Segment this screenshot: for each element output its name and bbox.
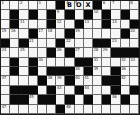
cell-r1c14[interactable]	[121, 1, 130, 10]
clue-number: 13	[84, 20, 89, 24]
clue-number: 8	[130, 1, 132, 5]
cell-r3c14[interactable]	[121, 20, 130, 29]
cell-r2c15[interactable]	[130, 10, 139, 19]
cell-r11c13[interactable]: 46	[111, 95, 120, 104]
cell-r3c11[interactable]	[93, 20, 102, 29]
cell-r9c4[interactable]	[29, 76, 38, 85]
cell-r7c13[interactable]	[111, 58, 120, 67]
clue-number: 32	[121, 58, 126, 62]
cell-r6c3[interactable]: 25	[19, 48, 28, 57]
cell-r6c7[interactable]: 26	[56, 48, 65, 57]
cell-r4c3[interactable]	[19, 29, 28, 38]
cell-r5c15[interactable]	[130, 39, 139, 48]
cell-r11c15[interactable]	[130, 95, 139, 104]
cell-r8c15[interactable]	[130, 67, 139, 76]
block-cell-r2c8	[65, 10, 74, 19]
clue-number: 7	[112, 1, 114, 5]
block-cell-r6c6	[47, 48, 56, 57]
cell-r4c5[interactable]: 17	[38, 29, 47, 38]
cell-r12c6[interactable]	[47, 105, 56, 114]
cell-r2c11[interactable]: 10	[93, 10, 102, 19]
cell-r4c10[interactable]	[84, 29, 93, 38]
block-cell-r11c10	[84, 95, 93, 104]
cell-r9c15[interactable]	[130, 76, 139, 85]
cell-r12c10[interactable]	[84, 105, 93, 114]
clue-number: 5	[75, 1, 77, 5]
block-cell-r2c6	[47, 10, 56, 19]
cell-r4c11[interactable]	[93, 29, 102, 38]
filled-letter: X	[84, 1, 92, 9]
block-cell-r7c2	[10, 58, 19, 67]
cell-r6c10[interactable]	[84, 48, 93, 57]
cell-r12c14[interactable]	[121, 105, 130, 114]
cell-r10c11[interactable]	[93, 86, 102, 95]
clue-number: 2	[20, 1, 22, 5]
block-cell-r2c2	[10, 10, 19, 19]
cell-r3c3[interactable]: 11	[19, 20, 28, 29]
block-cell-r6c8	[65, 48, 74, 57]
cell-r12c9[interactable]	[75, 105, 84, 114]
cell-r12c12[interactable]	[102, 105, 111, 114]
clue-number: 30	[38, 58, 43, 62]
cell-r12c11[interactable]	[93, 105, 102, 114]
cell-r6c4[interactable]	[29, 48, 38, 57]
clue-number: 11	[20, 20, 25, 24]
cell-r7c3[interactable]	[19, 58, 28, 67]
block-cell-r8c13	[111, 67, 120, 76]
clue-number: 38	[47, 76, 52, 80]
cell-r7c8[interactable]	[65, 58, 74, 67]
clue-number: 3	[38, 1, 40, 5]
block-cell-r11c6	[47, 95, 56, 104]
cell-r4c7[interactable]	[56, 29, 65, 38]
block-cell-r10c9	[75, 86, 84, 95]
block-cell-r10c15	[130, 86, 139, 95]
cell-r11c9[interactable]	[75, 95, 84, 104]
clue-number: 39	[57, 76, 62, 80]
block-cell-r10c3	[19, 86, 28, 95]
cell-r9c2[interactable]	[10, 76, 19, 85]
cell-r1c4[interactable]	[29, 1, 38, 10]
cell-r2c5[interactable]	[38, 10, 47, 19]
cell-r7c1[interactable]	[1, 58, 10, 67]
cell-r4c1[interactable]: 15	[1, 29, 10, 38]
clue-number: 48	[66, 105, 71, 109]
block-cell-r11c12	[102, 95, 111, 104]
cell-r5c5[interactable]	[38, 39, 47, 48]
cell-r10c8[interactable]	[65, 86, 74, 95]
cell-r5c13[interactable]: 23	[111, 39, 120, 48]
cell-r8c3[interactable]	[19, 67, 28, 76]
block-cell-r9c8	[65, 76, 74, 85]
block-cell-r6c13	[111, 48, 120, 57]
cell-r3c13[interactable]: 14	[111, 20, 120, 29]
cell-r12c5[interactable]	[38, 105, 47, 114]
cell-r10c7[interactable]: 43	[56, 86, 65, 95]
cell-r7c7[interactable]	[56, 58, 65, 67]
block-cell-r8c4	[29, 67, 38, 76]
cell-r4c9[interactable]: 19	[75, 29, 84, 38]
cell-r4c12[interactable]	[102, 29, 111, 38]
cell-r12c8[interactable]: 48	[65, 105, 74, 114]
cell-r1c13[interactable]: 7	[111, 1, 120, 10]
clue-number: 14	[112, 20, 117, 24]
cell-r6c9[interactable]: 27	[75, 48, 84, 57]
cell-r1c10[interactable]: X	[84, 1, 93, 10]
cell-r2c9[interactable]	[75, 10, 84, 19]
cell-r12c15[interactable]	[130, 105, 139, 114]
cell-r5c6[interactable]	[47, 39, 56, 48]
cell-r10c12[interactable]	[102, 86, 111, 95]
cell-r9c1[interactable]: 37	[1, 76, 10, 85]
cell-r1c15[interactable]: 8	[130, 1, 139, 10]
cell-r12c2[interactable]	[10, 105, 19, 114]
clue-number: 40	[75, 76, 80, 80]
cell-r5c2[interactable]	[10, 39, 19, 48]
cell-r5c8[interactable]: 22	[65, 39, 74, 48]
cell-r5c14[interactable]	[121, 39, 130, 48]
block-cell-r2c14	[121, 10, 130, 19]
clue-number: 15	[2, 29, 7, 33]
clue-number: 10	[93, 10, 98, 14]
cell-r6c1[interactable]: 24	[1, 48, 10, 57]
cell-r3c10[interactable]: 13	[84, 20, 93, 29]
clue-number: 41	[84, 76, 89, 80]
cell-r12c4[interactable]	[29, 105, 38, 114]
cell-r9c14[interactable]: 42	[121, 76, 130, 85]
clue-number: 4	[66, 1, 68, 5]
cell-r7c6[interactable]	[47, 58, 56, 67]
clue-number: 24	[2, 48, 7, 52]
clue-number: 20	[130, 29, 135, 33]
clue-number: 9	[57, 10, 59, 14]
block-cell-r10c2	[10, 86, 19, 95]
clue-number: 22	[66, 39, 71, 43]
clue-number: 25	[20, 48, 25, 52]
cell-r8c12[interactable]	[102, 67, 111, 76]
cell-r2c1[interactable]	[1, 10, 10, 19]
block-cell-r2c4	[29, 10, 38, 19]
clue-number: 12	[57, 20, 62, 24]
clue-number: 46	[112, 95, 117, 99]
cell-r1c12[interactable]: 6	[102, 1, 111, 10]
cell-r3c8[interactable]	[65, 20, 74, 29]
block-cell-r10c6	[47, 86, 56, 95]
block-cell-r11c3	[19, 95, 28, 104]
cell-r5c10[interactable]	[84, 39, 93, 48]
clue-number: 19	[75, 29, 80, 33]
cell-r10c10[interactable]: 44	[84, 86, 93, 95]
clue-number: 27	[75, 48, 80, 52]
block-cell-r4c14	[121, 29, 130, 38]
cell-r8c5[interactable]	[38, 67, 47, 76]
cell-r10c1[interactable]	[1, 86, 10, 95]
cell-r9c3[interactable]	[19, 76, 28, 85]
clue-number: 29	[103, 48, 108, 52]
cell-r1c2[interactable]	[10, 1, 19, 10]
clue-number: 44	[84, 86, 89, 90]
cell-r7c12[interactable]	[102, 58, 111, 67]
clue-number: 21	[29, 39, 34, 43]
block-cell-r11c5	[38, 95, 47, 104]
block-cell-r8c8	[65, 67, 74, 76]
cell-r4c2[interactable]: 16	[10, 29, 19, 38]
cell-r3c4[interactable]	[29, 20, 38, 29]
cell-r1c8[interactable]: 4B	[65, 1, 74, 10]
clue-number: 17	[38, 29, 43, 33]
cell-r4c15[interactable]: 20	[130, 29, 139, 38]
clue-number: 35	[93, 67, 98, 71]
clue-number: 31	[93, 58, 98, 62]
block-cell-r2c12	[102, 10, 111, 19]
block-cell-r11c2	[10, 95, 19, 104]
block-cell-r7c10	[84, 58, 93, 67]
clue-number: 28	[93, 48, 98, 52]
cell-r9c6[interactable]: 38	[47, 76, 56, 85]
clue-number: 26	[57, 48, 62, 52]
cell-r1c6[interactable]	[47, 1, 56, 10]
clue-number: 18	[47, 29, 52, 33]
block-cell-r9c12	[102, 76, 111, 85]
clue-number: 34	[75, 67, 80, 71]
cell-r9c9[interactable]: 40	[75, 76, 84, 85]
cell-r1c9[interactable]: 5O	[75, 1, 84, 10]
clue-number: 42	[121, 76, 126, 80]
cell-r10c5[interactable]	[38, 86, 47, 95]
clue-number: 45	[29, 95, 34, 99]
cell-r7c5[interactable]: 30	[38, 58, 47, 67]
cell-r12c1[interactable]: 47	[1, 105, 10, 114]
cell-r1c1[interactable]: 1	[1, 1, 10, 10]
clue-number: 16	[11, 29, 16, 33]
clue-number: 36	[121, 67, 126, 71]
cell-r9c11[interactable]	[93, 76, 102, 85]
clue-number: 1	[2, 1, 4, 5]
cell-r12c13[interactable]	[111, 105, 120, 114]
cell-r10c14[interactable]	[121, 86, 130, 95]
cell-r1c3[interactable]: 2	[19, 1, 28, 10]
cell-r8c11[interactable]: 35	[93, 67, 102, 76]
cell-r11c4[interactable]: 45	[29, 95, 38, 104]
cell-r1c5[interactable]: 3	[38, 1, 47, 10]
cell-r11c11[interactable]	[93, 95, 102, 104]
cell-r5c4[interactable]: 21	[29, 39, 38, 48]
clue-number: 6	[103, 1, 105, 5]
block-cell-r8c2	[10, 67, 19, 76]
cell-r7c15[interactable]: 33	[130, 58, 139, 67]
clue-number: 33	[130, 58, 135, 62]
block-cell-r9c13	[111, 76, 120, 85]
cell-r6c12[interactable]: 29	[102, 48, 111, 57]
block-cell-r12c7	[56, 105, 65, 114]
clue-number: 43	[57, 86, 62, 90]
cell-r11c7[interactable]	[56, 95, 65, 104]
block-cell-r3c12	[102, 20, 111, 29]
block-cell-r11c14	[121, 95, 130, 104]
crossword-grid: 1234B5OX67891011121314151617181920212223…	[0, 0, 140, 115]
block-cell-r9c5	[38, 76, 47, 85]
block-cell-r7c4	[29, 58, 38, 67]
cell-r12c3[interactable]	[19, 105, 28, 114]
cell-r3c7[interactable]: 12	[56, 20, 65, 29]
clue-number: 47	[2, 105, 7, 109]
clue-number: 23	[112, 39, 117, 43]
clue-number: 37	[2, 76, 7, 80]
cell-r4c6[interactable]: 18	[47, 29, 56, 38]
cell-r6c2[interactable]	[10, 48, 19, 57]
